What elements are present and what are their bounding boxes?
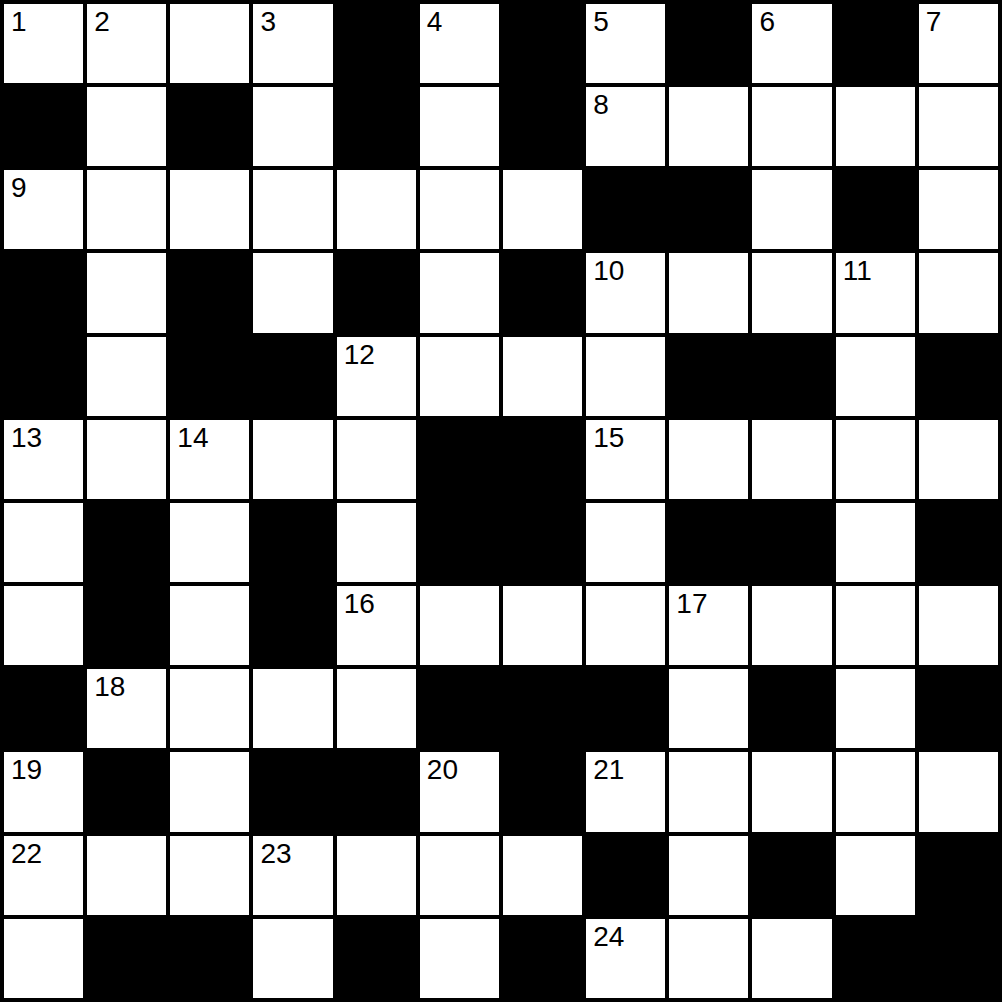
cell-r11c8[interactable] — [669, 919, 748, 998]
cell-r3c1[interactable] — [87, 253, 166, 332]
cell-r0c9[interactable]: 6 — [752, 4, 831, 83]
black-cell-r11c1 — [87, 919, 166, 998]
cell-r11c0[interactable] — [4, 919, 83, 998]
clue-number-12: 12 — [344, 340, 375, 369]
black-cell-r2c8 — [669, 170, 748, 249]
cell-r5c11[interactable] — [919, 420, 998, 499]
cell-r11c7[interactable]: 24 — [586, 919, 665, 998]
black-cell-r5c6 — [503, 420, 582, 499]
cell-r2c1[interactable] — [87, 170, 166, 249]
cell-r5c3[interactable] — [253, 420, 332, 499]
cell-r9c11[interactable] — [919, 752, 998, 831]
cell-r10c1[interactable] — [87, 836, 166, 915]
cell-r1c3[interactable] — [253, 87, 332, 166]
cell-r5c8[interactable] — [669, 420, 748, 499]
cell-r2c3[interactable] — [253, 170, 332, 249]
black-cell-r9c3 — [253, 752, 332, 831]
black-cell-r3c2 — [170, 253, 249, 332]
cell-r8c2[interactable] — [170, 669, 249, 748]
cell-r6c2[interactable] — [170, 503, 249, 582]
cell-r3c8[interactable] — [669, 253, 748, 332]
cell-r1c9[interactable] — [752, 87, 831, 166]
cell-r5c2[interactable]: 14 — [170, 420, 249, 499]
clue-number-13: 13 — [11, 423, 42, 452]
cell-r5c0[interactable]: 13 — [4, 420, 83, 499]
clue-number-4: 4 — [427, 7, 443, 36]
clue-number-15: 15 — [593, 423, 624, 452]
cell-r10c3[interactable]: 23 — [253, 836, 332, 915]
black-cell-r6c8 — [669, 503, 748, 582]
cell-r1c1[interactable] — [87, 87, 166, 166]
cell-r7c7[interactable] — [586, 586, 665, 665]
clue-number-2: 2 — [94, 7, 110, 36]
black-cell-r6c6 — [503, 503, 582, 582]
black-cell-r7c3 — [253, 586, 332, 665]
black-cell-r9c1 — [87, 752, 166, 831]
black-cell-r3c6 — [503, 253, 582, 332]
black-cell-r6c9 — [752, 503, 831, 582]
cell-r8c4[interactable] — [337, 669, 416, 748]
crossword-board: 123456789101112131415161718192021222324 — [0, 0, 1002, 1002]
black-cell-r4c9 — [752, 337, 831, 416]
cell-r1c7[interactable]: 8 — [586, 87, 665, 166]
cell-r3c9[interactable] — [752, 253, 831, 332]
black-cell-r6c11 — [919, 503, 998, 582]
cell-r0c5[interactable]: 4 — [420, 4, 499, 83]
cell-r9c8[interactable] — [669, 752, 748, 831]
cell-r5c4[interactable] — [337, 420, 416, 499]
black-cell-r4c0 — [4, 337, 83, 416]
cell-r1c11[interactable] — [919, 87, 998, 166]
clue-number-20: 20 — [427, 755, 458, 784]
clue-number-9: 9 — [11, 173, 27, 202]
black-cell-r3c0 — [4, 253, 83, 332]
cell-r4c1[interactable] — [87, 337, 166, 416]
black-cell-r10c11 — [919, 836, 998, 915]
cell-r2c6[interactable] — [503, 170, 582, 249]
cell-r4c10[interactable] — [836, 337, 915, 416]
cell-r1c10[interactable] — [836, 87, 915, 166]
cell-r7c9[interactable] — [752, 586, 831, 665]
clue-number-24: 24 — [593, 922, 624, 951]
black-cell-r4c8 — [669, 337, 748, 416]
cell-r6c7[interactable] — [586, 503, 665, 582]
cell-r6c10[interactable] — [836, 503, 915, 582]
cell-r6c0[interactable] — [4, 503, 83, 582]
cell-r7c8[interactable]: 17 — [669, 586, 748, 665]
black-cell-r6c3 — [253, 503, 332, 582]
black-cell-r2c10 — [836, 170, 915, 249]
black-cell-r0c8 — [669, 4, 748, 83]
cell-r0c7[interactable]: 5 — [586, 4, 665, 83]
black-cell-r1c4 — [337, 87, 416, 166]
cell-r5c1[interactable] — [87, 420, 166, 499]
clue-number-10: 10 — [593, 256, 624, 285]
black-cell-r11c2 — [170, 919, 249, 998]
cell-r7c4[interactable]: 16 — [337, 586, 416, 665]
cell-r3c3[interactable] — [253, 253, 332, 332]
cell-r10c5[interactable] — [420, 836, 499, 915]
black-cell-r3c4 — [337, 253, 416, 332]
clue-number-8: 8 — [593, 90, 609, 119]
black-cell-r8c6 — [503, 669, 582, 748]
cell-r9c9[interactable] — [752, 752, 831, 831]
cell-r0c3[interactable]: 3 — [253, 4, 332, 83]
cell-r5c10[interactable] — [836, 420, 915, 499]
cell-r2c9[interactable] — [752, 170, 831, 249]
black-cell-r4c11 — [919, 337, 998, 416]
cell-r10c0[interactable]: 22 — [4, 836, 83, 915]
cell-r0c0[interactable]: 1 — [4, 4, 83, 83]
black-cell-r1c0 — [4, 87, 83, 166]
black-cell-r8c5 — [420, 669, 499, 748]
cell-r9c10[interactable] — [836, 752, 915, 831]
cell-r10c8[interactable] — [669, 836, 748, 915]
cell-r0c2[interactable] — [170, 4, 249, 83]
black-cell-r8c9 — [752, 669, 831, 748]
cell-r2c4[interactable] — [337, 170, 416, 249]
clue-number-6: 6 — [759, 7, 775, 36]
cell-r9c0[interactable]: 19 — [4, 752, 83, 831]
cell-r3c5[interactable] — [420, 253, 499, 332]
black-cell-r8c0 — [4, 669, 83, 748]
cell-r11c5[interactable] — [420, 919, 499, 998]
cell-r3c11[interactable] — [919, 253, 998, 332]
cell-r10c10[interactable] — [836, 836, 915, 915]
cell-r7c2[interactable] — [170, 586, 249, 665]
cell-r7c10[interactable] — [836, 586, 915, 665]
cell-r2c11[interactable] — [919, 170, 998, 249]
cell-r5c9[interactable] — [752, 420, 831, 499]
cell-r7c0[interactable] — [4, 586, 83, 665]
black-cell-r11c4 — [337, 919, 416, 998]
clue-number-21: 21 — [593, 755, 624, 784]
cell-r7c6[interactable] — [503, 586, 582, 665]
clue-number-7: 7 — [926, 7, 942, 36]
cell-r6c4[interactable] — [337, 503, 416, 582]
cell-r9c2[interactable] — [170, 752, 249, 831]
clue-number-11: 11 — [843, 256, 872, 285]
cell-r7c11[interactable] — [919, 586, 998, 665]
cell-r2c2[interactable] — [170, 170, 249, 249]
cell-r10c4[interactable] — [337, 836, 416, 915]
black-cell-r11c6 — [503, 919, 582, 998]
cell-r11c3[interactable] — [253, 919, 332, 998]
clue-number-3: 3 — [260, 7, 276, 36]
black-cell-r6c5 — [420, 503, 499, 582]
cell-r8c1[interactable]: 18 — [87, 669, 166, 748]
cell-r4c5[interactable] — [420, 337, 499, 416]
cell-r3c10[interactable]: 11 — [836, 253, 915, 332]
cell-r2c0[interactable]: 9 — [4, 170, 83, 249]
black-cell-r1c6 — [503, 87, 582, 166]
black-cell-r8c11 — [919, 669, 998, 748]
clue-number-18: 18 — [94, 672, 125, 701]
cell-r7c5[interactable] — [420, 586, 499, 665]
clue-number-17: 17 — [676, 589, 707, 618]
cell-r10c2[interactable] — [170, 836, 249, 915]
clue-number-1: 1 — [11, 7, 27, 36]
cell-r8c3[interactable] — [253, 669, 332, 748]
clue-number-14: 14 — [177, 423, 208, 452]
black-cell-r11c11 — [919, 919, 998, 998]
cell-r4c6[interactable] — [503, 337, 582, 416]
black-cell-r4c3 — [253, 337, 332, 416]
black-cell-r0c4 — [337, 4, 416, 83]
black-cell-r1c2 — [170, 87, 249, 166]
cell-r10c6[interactable] — [503, 836, 582, 915]
black-cell-r2c7 — [586, 170, 665, 249]
black-cell-r9c6 — [503, 752, 582, 831]
black-cell-r0c6 — [503, 4, 582, 83]
black-cell-r8c7 — [586, 669, 665, 748]
cell-r2c5[interactable] — [420, 170, 499, 249]
cell-r5c7[interactable]: 15 — [586, 420, 665, 499]
clue-number-19: 19 — [11, 755, 42, 784]
cell-r11c9[interactable] — [752, 919, 831, 998]
cell-r4c4[interactable]: 12 — [337, 337, 416, 416]
clue-number-23: 23 — [260, 839, 291, 868]
cell-r3c7[interactable]: 10 — [586, 253, 665, 332]
black-cell-r6c1 — [87, 503, 166, 582]
cell-r8c8[interactable] — [669, 669, 748, 748]
black-cell-r5c5 — [420, 420, 499, 499]
black-cell-r10c7 — [586, 836, 665, 915]
cell-r0c1[interactable]: 2 — [87, 4, 166, 83]
black-cell-r10c9 — [752, 836, 831, 915]
cell-r1c8[interactable] — [669, 87, 748, 166]
black-cell-r0c10 — [836, 4, 915, 83]
cell-r4c7[interactable] — [586, 337, 665, 416]
black-cell-r11c10 — [836, 919, 915, 998]
cell-r9c7[interactable]: 21 — [586, 752, 665, 831]
black-cell-r7c1 — [87, 586, 166, 665]
cell-r0c11[interactable]: 7 — [919, 4, 998, 83]
cell-r1c5[interactable] — [420, 87, 499, 166]
black-cell-r4c2 — [170, 337, 249, 416]
cell-r8c10[interactable] — [836, 669, 915, 748]
cell-r9c5[interactable]: 20 — [420, 752, 499, 831]
clue-number-22: 22 — [11, 839, 42, 868]
clue-number-5: 5 — [593, 7, 609, 36]
black-cell-r9c4 — [337, 752, 416, 831]
clue-number-16: 16 — [344, 589, 375, 618]
